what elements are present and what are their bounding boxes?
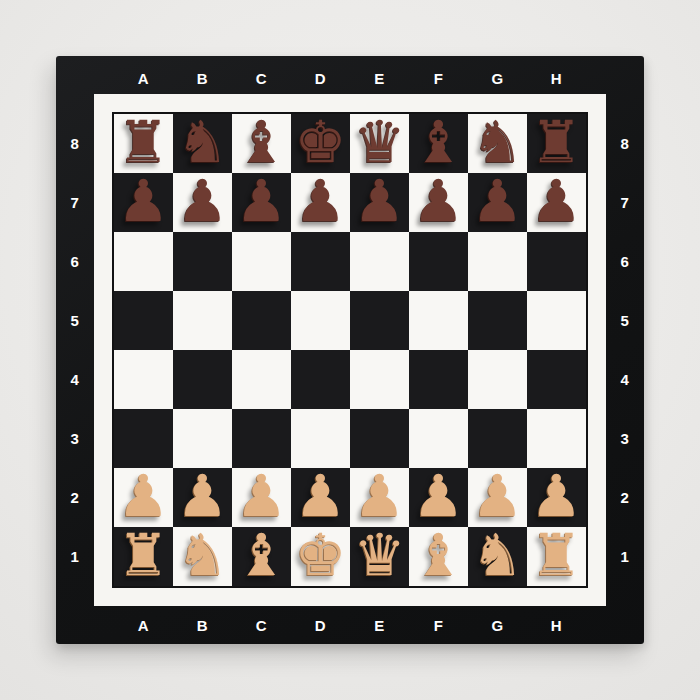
rank-label-right-6: 6: [606, 232, 644, 291]
piece-light-pawn-h2[interactable]: ♟: [531, 467, 583, 526]
rank-label-left-1: 1: [56, 527, 94, 586]
square-a5[interactable]: [114, 291, 173, 350]
rank-label-right-5: 5: [606, 291, 644, 350]
square-b8[interactable]: ♞: [173, 114, 232, 173]
piece-light-pawn-a2[interactable]: ♟: [118, 467, 170, 526]
piece-dark-queen-e8[interactable]: ♛: [354, 113, 406, 172]
square-a4[interactable]: [114, 350, 173, 409]
file-label-bottom-d: D: [291, 606, 350, 644]
square-g2[interactable]: ♟: [468, 468, 527, 527]
square-e2[interactable]: ♟: [350, 468, 409, 527]
square-b7[interactable]: ♟: [173, 173, 232, 232]
file-label-bottom-e: E: [350, 606, 409, 644]
square-f2[interactable]: ♟: [409, 468, 468, 527]
square-f5[interactable]: [409, 291, 468, 350]
piece-dark-pawn-h7[interactable]: ♟: [531, 172, 583, 231]
square-f4[interactable]: [409, 350, 468, 409]
piece-dark-pawn-f7[interactable]: ♟: [413, 172, 465, 231]
square-a8[interactable]: ♜: [114, 114, 173, 173]
board-grid: ♜♞♝♚♛♝♞♜♟♟♟♟♟♟♟♟♟♟♟♟♟♟♟♟♜♞♝♚♛♝♞♜: [112, 112, 588, 588]
piece-light-pawn-g2[interactable]: ♟: [472, 467, 524, 526]
piece-light-pawn-e2[interactable]: ♟: [354, 467, 406, 526]
piece-light-rook-h1[interactable]: ♜: [531, 526, 583, 585]
square-b1[interactable]: ♞: [173, 527, 232, 586]
piece-dark-rook-a8[interactable]: ♜: [118, 113, 170, 172]
square-d8[interactable]: ♚: [291, 114, 350, 173]
piece-light-pawn-f2[interactable]: ♟: [413, 467, 465, 526]
square-g3[interactable]: [468, 409, 527, 468]
piece-dark-bishop-c8[interactable]: ♝: [236, 113, 288, 172]
square-a1[interactable]: ♜: [114, 527, 173, 586]
square-h7[interactable]: ♟: [527, 173, 586, 232]
rank-label-right-3: 3: [606, 409, 644, 468]
rank-label-right-7: 7: [606, 173, 644, 232]
piece-light-bishop-f1[interactable]: ♝: [413, 526, 465, 585]
piece-dark-pawn-g7[interactable]: ♟: [472, 172, 524, 231]
piece-dark-pawn-e7[interactable]: ♟: [354, 172, 406, 231]
rank-label-left-2: 2: [56, 468, 94, 527]
piece-dark-pawn-d7[interactable]: ♟: [295, 172, 347, 231]
square-d7[interactable]: ♟: [291, 173, 350, 232]
square-e8[interactable]: ♛: [350, 114, 409, 173]
rank-label-left-3: 3: [56, 409, 94, 468]
square-d2[interactable]: ♟: [291, 468, 350, 527]
file-label-top-d: D: [291, 56, 350, 94]
square-g8[interactable]: ♞: [468, 114, 527, 173]
square-f8[interactable]: ♝: [409, 114, 468, 173]
square-e6[interactable]: [350, 232, 409, 291]
square-a2[interactable]: ♟: [114, 468, 173, 527]
square-f1[interactable]: ♝: [409, 527, 468, 586]
square-b2[interactable]: ♟: [173, 468, 232, 527]
square-a3[interactable]: [114, 409, 173, 468]
piece-light-pawn-c2[interactable]: ♟: [236, 467, 288, 526]
piece-light-knight-g1[interactable]: ♞: [472, 526, 524, 585]
square-h2[interactable]: ♟: [527, 468, 586, 527]
square-d1[interactable]: ♚: [291, 527, 350, 586]
chessboard-panel: ABCDEFGH ABCDEFGH 87654321 87654321 ♜♞♝♚…: [56, 56, 644, 644]
file-label-top-h: H: [527, 56, 586, 94]
square-b6[interactable]: [173, 232, 232, 291]
file-labels-top: ABCDEFGH: [114, 56, 586, 94]
square-f7[interactable]: ♟: [409, 173, 468, 232]
piece-light-pawn-d2[interactable]: ♟: [295, 467, 347, 526]
file-label-top-c: C: [232, 56, 291, 94]
file-label-top-f: F: [409, 56, 468, 94]
square-d5[interactable]: [291, 291, 350, 350]
square-f3[interactable]: [409, 409, 468, 468]
file-label-top-e: E: [350, 56, 409, 94]
square-h3[interactable]: [527, 409, 586, 468]
square-c5[interactable]: [232, 291, 291, 350]
square-e3[interactable]: [350, 409, 409, 468]
piece-dark-bishop-f8[interactable]: ♝: [413, 113, 465, 172]
square-d3[interactable]: [291, 409, 350, 468]
file-label-bottom-a: A: [114, 606, 173, 644]
photo-background: ABCDEFGH ABCDEFGH 87654321 87654321 ♜♞♝♚…: [0, 0, 700, 700]
square-e7[interactable]: ♟: [350, 173, 409, 232]
square-g7[interactable]: ♟: [468, 173, 527, 232]
rank-label-left-7: 7: [56, 173, 94, 232]
square-a7[interactable]: ♟: [114, 173, 173, 232]
file-label-bottom-f: F: [409, 606, 468, 644]
square-h6[interactable]: [527, 232, 586, 291]
square-h4[interactable]: [527, 350, 586, 409]
square-a6[interactable]: [114, 232, 173, 291]
rank-label-right-8: 8: [606, 114, 644, 173]
piece-light-king-d1[interactable]: ♚: [295, 526, 347, 585]
piece-light-bishop-c1[interactable]: ♝: [236, 526, 288, 585]
piece-dark-rook-h8[interactable]: ♜: [531, 113, 583, 172]
square-b5[interactable]: [173, 291, 232, 350]
rank-labels-left: 87654321: [56, 114, 94, 586]
square-h5[interactable]: [527, 291, 586, 350]
piece-dark-pawn-a7[interactable]: ♟: [118, 172, 170, 231]
piece-dark-knight-g8[interactable]: ♞: [472, 113, 524, 172]
rank-label-left-5: 5: [56, 291, 94, 350]
piece-light-rook-a1[interactable]: ♜: [118, 526, 170, 585]
piece-dark-pawn-c7[interactable]: ♟: [236, 172, 288, 231]
piece-dark-king-d8[interactable]: ♚: [295, 113, 347, 172]
rank-label-right-2: 2: [606, 468, 644, 527]
square-c1[interactable]: ♝: [232, 527, 291, 586]
square-g1[interactable]: ♞: [468, 527, 527, 586]
square-e1[interactable]: ♛: [350, 527, 409, 586]
square-d4[interactable]: [291, 350, 350, 409]
rank-label-right-4: 4: [606, 350, 644, 409]
piece-dark-pawn-b7[interactable]: ♟: [177, 172, 229, 231]
square-d6[interactable]: [291, 232, 350, 291]
square-g4[interactable]: [468, 350, 527, 409]
square-c3[interactable]: [232, 409, 291, 468]
piece-light-knight-b1[interactable]: ♞: [177, 526, 229, 585]
piece-dark-knight-b8[interactable]: ♞: [177, 113, 229, 172]
file-label-top-a: A: [114, 56, 173, 94]
rank-label-left-8: 8: [56, 114, 94, 173]
square-e5[interactable]: [350, 291, 409, 350]
square-c7[interactable]: ♟: [232, 173, 291, 232]
rank-label-left-6: 6: [56, 232, 94, 291]
square-b3[interactable]: [173, 409, 232, 468]
file-label-top-g: G: [468, 56, 527, 94]
square-h8[interactable]: ♜: [527, 114, 586, 173]
rank-labels-right: 87654321: [606, 114, 644, 586]
square-c4[interactable]: [232, 350, 291, 409]
file-label-top-b: B: [173, 56, 232, 94]
square-c8[interactable]: ♝: [232, 114, 291, 173]
square-c2[interactable]: ♟: [232, 468, 291, 527]
rank-label-left-4: 4: [56, 350, 94, 409]
square-h1[interactable]: ♜: [527, 527, 586, 586]
square-b4[interactable]: [173, 350, 232, 409]
file-label-bottom-g: G: [468, 606, 527, 644]
square-c6[interactable]: [232, 232, 291, 291]
file-labels-bottom: ABCDEFGH: [114, 606, 586, 644]
file-label-bottom-b: B: [173, 606, 232, 644]
file-label-bottom-h: H: [527, 606, 586, 644]
piece-light-pawn-b2[interactable]: ♟: [177, 467, 229, 526]
square-f6[interactable]: [409, 232, 468, 291]
file-label-bottom-c: C: [232, 606, 291, 644]
square-g6[interactable]: [468, 232, 527, 291]
rank-label-right-1: 1: [606, 527, 644, 586]
square-g5[interactable]: [468, 291, 527, 350]
piece-light-queen-e1[interactable]: ♛: [354, 526, 406, 585]
square-e4[interactable]: [350, 350, 409, 409]
